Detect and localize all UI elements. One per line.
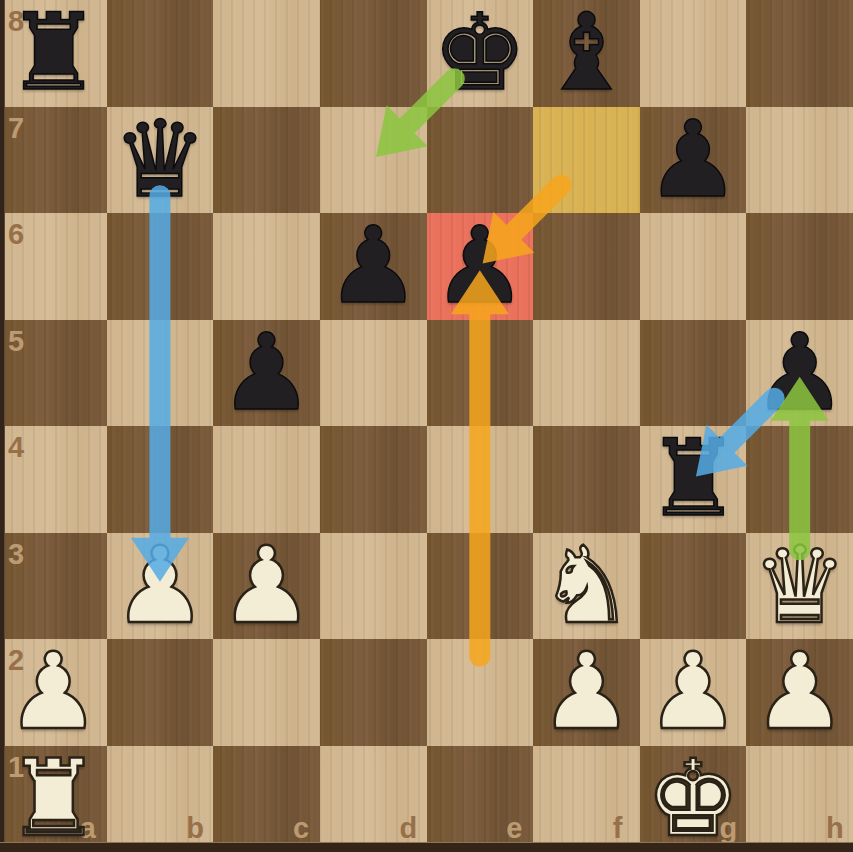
piece-white-pawn-h2[interactable]: ♟ (746, 639, 853, 746)
piece-white-rook-a1[interactable]: ♜ (0, 746, 107, 852)
piece-white-knight-f3[interactable]: ♞ (533, 533, 640, 640)
piece-black-pawn-e6[interactable]: ♟ (427, 213, 534, 320)
piece-black-queen-b7[interactable]: ♛ (107, 107, 214, 214)
square-b8[interactable] (107, 0, 214, 107)
square-a6[interactable] (0, 213, 107, 320)
square-f5[interactable] (533, 320, 640, 427)
piece-white-king-g1[interactable]: ♚ (640, 746, 747, 852)
square-f1[interactable] (533, 746, 640, 852)
square-g8[interactable] (640, 0, 747, 107)
square-c1[interactable] (213, 746, 320, 852)
square-g5[interactable] (640, 320, 747, 427)
square-g6[interactable] (640, 213, 747, 320)
square-d7[interactable] (320, 107, 427, 214)
yellow-highlight-square-f7[interactable] (533, 107, 640, 214)
square-b4[interactable] (107, 426, 214, 533)
square-h4[interactable] (746, 426, 853, 533)
square-e3[interactable] (427, 533, 534, 640)
square-f4[interactable] (533, 426, 640, 533)
square-c6[interactable] (213, 213, 320, 320)
square-h8[interactable] (746, 0, 853, 107)
square-e7[interactable] (427, 107, 534, 214)
square-d3[interactable] (320, 533, 427, 640)
square-e4[interactable] (427, 426, 534, 533)
piece-white-pawn-b3[interactable]: ♟ (107, 533, 214, 640)
chess-board: 87654321abcdefgh♜♚♝♛♟♟♟♟♟♜♟♟♞♛♟♟♟♟♜♚ (0, 0, 853, 852)
square-c7[interactable] (213, 107, 320, 214)
square-f6[interactable] (533, 213, 640, 320)
square-d2[interactable] (320, 639, 427, 746)
piece-black-pawn-g7[interactable]: ♟ (640, 107, 747, 214)
square-c8[interactable] (213, 0, 320, 107)
piece-black-pawn-h5[interactable]: ♟ (746, 320, 853, 427)
square-e2[interactable] (427, 639, 534, 746)
square-e1[interactable] (427, 746, 534, 852)
piece-black-rook-g4[interactable]: ♜ (640, 426, 747, 533)
board-edge-left (0, 0, 5, 852)
square-c2[interactable] (213, 639, 320, 746)
piece-black-rook-a8[interactable]: ♜ (0, 0, 107, 107)
square-d8[interactable] (320, 0, 427, 107)
square-e5[interactable] (427, 320, 534, 427)
piece-white-pawn-c3[interactable]: ♟ (213, 533, 320, 640)
square-h7[interactable] (746, 107, 853, 214)
square-h6[interactable] (746, 213, 853, 320)
piece-black-king-e8[interactable]: ♚ (427, 0, 534, 107)
square-a4[interactable] (0, 426, 107, 533)
piece-black-pawn-d6[interactable]: ♟ (320, 213, 427, 320)
square-a5[interactable] (0, 320, 107, 427)
piece-white-pawn-a2[interactable]: ♟ (0, 639, 107, 746)
square-a3[interactable] (0, 533, 107, 640)
square-b2[interactable] (107, 639, 214, 746)
square-b5[interactable] (107, 320, 214, 427)
square-b6[interactable] (107, 213, 214, 320)
square-b1[interactable] (107, 746, 214, 852)
piece-white-pawn-g2[interactable]: ♟ (640, 639, 747, 746)
square-g3[interactable] (640, 533, 747, 640)
square-h1[interactable] (746, 746, 853, 852)
board-edge-bottom (0, 842, 853, 852)
piece-white-queen-h3[interactable]: ♛ (746, 533, 853, 640)
square-a7[interactable] (0, 107, 107, 214)
piece-white-pawn-f2[interactable]: ♟ (533, 639, 640, 746)
square-d4[interactable] (320, 426, 427, 533)
piece-black-bishop-f8[interactable]: ♝ (533, 0, 640, 107)
square-c4[interactable] (213, 426, 320, 533)
piece-black-pawn-c5[interactable]: ♟ (213, 320, 320, 427)
square-d1[interactable] (320, 746, 427, 852)
square-d5[interactable] (320, 320, 427, 427)
